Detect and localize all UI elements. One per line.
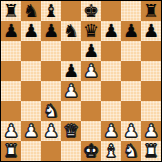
square-e2[interactable] xyxy=(81,121,101,141)
square-g4[interactable] xyxy=(121,81,141,101)
square-d6[interactable] xyxy=(61,41,81,61)
square-b6[interactable] xyxy=(21,41,41,61)
square-g2[interactable]: ♟ xyxy=(121,121,141,141)
square-b7[interactable]: ♟ xyxy=(21,21,41,41)
square-d4[interactable]: ♟ xyxy=(61,81,81,101)
square-b3[interactable] xyxy=(21,101,41,121)
square-f4[interactable] xyxy=(101,81,121,101)
square-b1[interactable] xyxy=(21,141,41,161)
piece-black-bishop[interactable]: ♝ xyxy=(43,1,59,21)
square-g5[interactable] xyxy=(121,61,141,81)
piece-white-pawn[interactable]: ♟ xyxy=(43,121,59,141)
square-h2[interactable]: ♟ xyxy=(141,121,161,141)
square-f1[interactable]: ♝ xyxy=(101,141,121,161)
square-d2[interactable]: ♛ xyxy=(61,121,81,141)
square-e4[interactable] xyxy=(81,81,101,101)
square-a1[interactable]: ♜ xyxy=(1,141,21,161)
piece-white-rook[interactable]: ♜ xyxy=(3,141,19,161)
square-e6[interactable]: ♟ xyxy=(81,41,101,61)
square-e5[interactable]: ♟ xyxy=(81,61,101,81)
chess-board: ♜♞♝♚♜♟♟♟♞♛♟♟♟♟♟♟♟♞♟♟♟♛♟♟♟♜♚♝♞♜ xyxy=(0,0,162,162)
piece-black-pawn[interactable]: ♟ xyxy=(103,21,119,41)
piece-black-pawn[interactable]: ♟ xyxy=(3,21,19,41)
square-h7[interactable]: ♟ xyxy=(141,21,161,41)
piece-white-knight[interactable]: ♞ xyxy=(123,141,139,161)
piece-white-king[interactable]: ♚ xyxy=(83,141,99,161)
square-b5[interactable] xyxy=(21,61,41,81)
square-c7[interactable]: ♟ xyxy=(41,21,61,41)
square-c4[interactable] xyxy=(41,81,61,101)
square-c2[interactable]: ♟ xyxy=(41,121,61,141)
piece-white-pawn[interactable]: ♟ xyxy=(23,121,39,141)
square-d7[interactable]: ♞ xyxy=(61,21,81,41)
square-h3[interactable] xyxy=(141,101,161,121)
piece-white-knight[interactable]: ♞ xyxy=(43,101,59,121)
piece-white-pawn[interactable]: ♟ xyxy=(103,121,119,141)
piece-white-pawn[interactable]: ♟ xyxy=(3,121,19,141)
piece-white-pawn[interactable]: ♟ xyxy=(83,61,99,81)
square-f8[interactable] xyxy=(101,1,121,21)
square-c3[interactable]: ♞ xyxy=(41,101,61,121)
square-f7[interactable]: ♟ xyxy=(101,21,121,41)
square-g7[interactable]: ♟ xyxy=(121,21,141,41)
piece-black-rook[interactable]: ♜ xyxy=(143,1,159,21)
piece-black-pawn[interactable]: ♟ xyxy=(43,21,59,41)
square-e8[interactable]: ♚ xyxy=(81,1,101,21)
piece-black-king[interactable]: ♚ xyxy=(83,1,99,21)
square-h4[interactable] xyxy=(141,81,161,101)
piece-black-queen[interactable]: ♛ xyxy=(83,21,99,41)
square-d3[interactable] xyxy=(61,101,81,121)
square-a6[interactable] xyxy=(1,41,21,61)
square-e7[interactable]: ♛ xyxy=(81,21,101,41)
square-f2[interactable]: ♟ xyxy=(101,121,121,141)
square-e1[interactable]: ♚ xyxy=(81,141,101,161)
piece-white-queen[interactable]: ♛ xyxy=(63,121,79,141)
square-b8[interactable]: ♞ xyxy=(21,1,41,21)
square-f3[interactable] xyxy=(101,101,121,121)
square-g3[interactable] xyxy=(121,101,141,121)
piece-black-pawn[interactable]: ♟ xyxy=(63,61,79,81)
piece-black-pawn[interactable]: ♟ xyxy=(83,41,99,61)
piece-white-pawn[interactable]: ♟ xyxy=(63,81,79,101)
square-d1[interactable] xyxy=(61,141,81,161)
square-h5[interactable] xyxy=(141,61,161,81)
square-c5[interactable] xyxy=(41,61,61,81)
square-h6[interactable] xyxy=(141,41,161,61)
square-d5[interactable]: ♟ xyxy=(61,61,81,81)
square-a4[interactable] xyxy=(1,81,21,101)
square-h1[interactable]: ♜ xyxy=(141,141,161,161)
square-a8[interactable]: ♜ xyxy=(1,1,21,21)
square-h8[interactable]: ♜ xyxy=(141,1,161,21)
square-f5[interactable] xyxy=(101,61,121,81)
piece-black-pawn[interactable]: ♟ xyxy=(143,21,159,41)
square-g6[interactable] xyxy=(121,41,141,61)
square-a7[interactable]: ♟ xyxy=(1,21,21,41)
square-f6[interactable] xyxy=(101,41,121,61)
piece-black-pawn[interactable]: ♟ xyxy=(23,21,39,41)
piece-black-knight[interactable]: ♞ xyxy=(63,21,79,41)
piece-white-pawn[interactable]: ♟ xyxy=(123,121,139,141)
piece-black-pawn[interactable]: ♟ xyxy=(123,21,139,41)
square-d8[interactable] xyxy=(61,1,81,21)
square-g1[interactable]: ♞ xyxy=(121,141,141,161)
square-e3[interactable] xyxy=(81,101,101,121)
piece-black-rook[interactable]: ♜ xyxy=(3,1,19,21)
square-c8[interactable]: ♝ xyxy=(41,1,61,21)
chess-position-screenshot: ♜♞♝♚♜♟♟♟♞♛♟♟♟♟♟♟♟♞♟♟♟♛♟♟♟♜♚♝♞♜ xyxy=(0,0,162,162)
square-a3[interactable] xyxy=(1,101,21,121)
piece-white-pawn[interactable]: ♟ xyxy=(143,121,159,141)
square-g8[interactable] xyxy=(121,1,141,21)
square-a5[interactable] xyxy=(1,61,21,81)
square-a2[interactable]: ♟ xyxy=(1,121,21,141)
square-b4[interactable] xyxy=(21,81,41,101)
square-b2[interactable]: ♟ xyxy=(21,121,41,141)
square-c1[interactable] xyxy=(41,141,61,161)
piece-white-rook[interactable]: ♜ xyxy=(143,141,159,161)
piece-black-knight[interactable]: ♞ xyxy=(23,1,39,21)
square-c6[interactable] xyxy=(41,41,61,61)
piece-white-bishop[interactable]: ♝ xyxy=(103,141,119,161)
